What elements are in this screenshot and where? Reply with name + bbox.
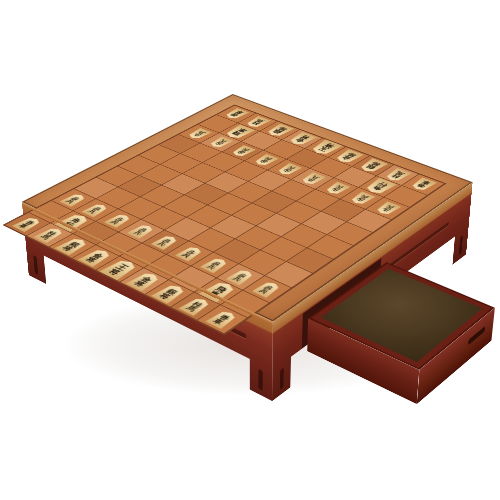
board-cell[interactable] (297, 190, 340, 211)
piece-kanji: 馬 (395, 170, 406, 175)
piece-pawn-far[interactable]: 歩兵 (374, 201, 402, 216)
board-cell[interactable] (189, 228, 234, 252)
piece-kanji: 行 (377, 181, 389, 187)
piece-pawn-far[interactable]: 歩兵 (348, 191, 376, 205)
piece-kanji: 歩 (356, 196, 366, 201)
board-cell[interactable]: 歩兵 (366, 198, 409, 220)
board-cell[interactable] (347, 210, 390, 232)
piece-pawn-far[interactable]: 歩兵 (299, 172, 326, 186)
piece-kanji: 歩 (211, 261, 222, 267)
board-cell[interactable] (261, 237, 306, 261)
piece-pawn-near[interactable]: 歩兵 (225, 268, 256, 285)
board-cell[interactable]: 歩兵 (192, 253, 238, 278)
board-cell[interactable] (187, 205, 231, 227)
piece-kanji: 角 (69, 218, 82, 225)
piece-kanji: 車 (237, 127, 249, 132)
piece-kanji: 飛 (214, 286, 228, 294)
piece-pawn-near[interactable]: 歩兵 (150, 234, 180, 250)
board-cell[interactable] (164, 195, 207, 217)
drawer-handle-slot[interactable] (468, 326, 485, 346)
board-cell[interactable]: 歩兵 (74, 199, 118, 221)
piece-pawn-near[interactable]: 歩兵 (104, 213, 133, 228)
board-cell[interactable] (328, 222, 372, 245)
piece-pawn-near[interactable]: 歩兵 (200, 256, 230, 273)
board-cell[interactable]: 歩兵 (119, 220, 164, 243)
piece-kanji: 将 (277, 126, 289, 131)
board-cell[interactable] (322, 199, 365, 221)
board-cell[interactable] (277, 201, 320, 223)
board-cell[interactable]: 歩兵 (96, 209, 140, 231)
board-cell[interactable] (232, 203, 275, 225)
left-leg-slot (33, 255, 38, 275)
board-cell[interactable] (211, 216, 255, 239)
piece-kanji: 将 (300, 134, 312, 139)
piece-kanji: 兵 (206, 264, 217, 270)
piece-pawn-near[interactable]: 歩兵 (175, 245, 205, 261)
piece-kanji: 兵 (181, 253, 192, 259)
piece-kanji: 兵 (241, 147, 250, 151)
piece-kanji: 歩 (115, 217, 125, 222)
piece-kanji: 歩 (138, 227, 148, 232)
piece-kanji: 兵 (156, 241, 167, 247)
board-cell[interactable] (142, 207, 186, 229)
piece-kanji: 兵 (386, 204, 396, 209)
piece-kanji: 兵 (335, 184, 345, 189)
piece-kanji: 歩 (186, 250, 197, 256)
piece-kanji: 兵 (287, 165, 297, 170)
board-cell[interactable] (257, 214, 301, 237)
board-cell[interactable] (287, 248, 333, 273)
piece-pawn-far[interactable]: 歩兵 (323, 181, 350, 195)
front-leg-slot (280, 367, 284, 389)
board-cell[interactable] (236, 226, 281, 249)
front-leg-slot (258, 369, 262, 391)
board-cell[interactable] (302, 212, 346, 235)
piece-pawn-near[interactable]: 歩兵 (81, 203, 110, 218)
board-cell[interactable] (282, 224, 326, 247)
board-cell[interactable] (119, 197, 162, 219)
piece-kanji: 兵 (197, 130, 206, 134)
piece-kanji: 兵 (264, 156, 273, 160)
piece-kanji: 兵 (65, 199, 75, 204)
piece-pawn-far[interactable]: 歩兵 (252, 154, 279, 167)
piece-kanji: 兵 (311, 174, 321, 179)
piece-kanji: 兵 (232, 276, 243, 282)
piece-kanji: 馬 (256, 118, 266, 123)
piece-kanji: 歩 (92, 206, 102, 211)
piece-kanji: 歩 (381, 207, 391, 212)
board-cell[interactable] (308, 235, 353, 259)
piece-kanji: 将 (370, 161, 382, 167)
board-cell[interactable] (266, 262, 313, 287)
piece-kanji: 兵 (258, 288, 269, 294)
board-cell[interactable] (208, 193, 251, 215)
piece-kanji: 兵 (219, 138, 228, 142)
piece-kanji: 兵 (133, 230, 143, 235)
board-cell[interactable] (239, 250, 285, 275)
board-cell[interactable] (214, 239, 259, 263)
right-leg-slot (459, 235, 463, 255)
piece-kanji: 歩 (70, 196, 80, 201)
board-cell[interactable]: 歩兵 (167, 241, 213, 265)
piece-kanji: 歩 (162, 238, 173, 243)
board-cell[interactable]: 歩兵 (217, 264, 264, 290)
piece-pawn-far[interactable]: 歩兵 (275, 163, 302, 176)
board-cell[interactable]: 歩兵 (143, 230, 188, 254)
piece-pawn-near[interactable]: 歩兵 (59, 193, 88, 207)
piece-pawn-near[interactable]: 歩兵 (252, 280, 283, 298)
board-cell[interactable]: 歩兵 (52, 189, 95, 210)
board-cell[interactable] (253, 191, 296, 212)
product-photo: 香車桂馬銀将金将玉将金将銀将桂馬香車飛車角行歩兵歩兵歩兵歩兵歩兵歩兵歩兵歩兵歩兵… (0, 0, 500, 500)
piece-kanji: 歩 (263, 285, 274, 291)
piece-kanji: 兵 (87, 209, 97, 214)
board-cell[interactable] (165, 218, 209, 241)
piece-kanji: 兵 (360, 194, 370, 199)
piece-kanji: 歩 (237, 273, 248, 279)
piece-kanji: 兵 (109, 220, 119, 225)
piece-pawn-near[interactable]: 歩兵 (127, 223, 157, 239)
piece-kanji: 将 (346, 152, 358, 158)
board-cell[interactable]: 歩兵 (243, 276, 290, 302)
